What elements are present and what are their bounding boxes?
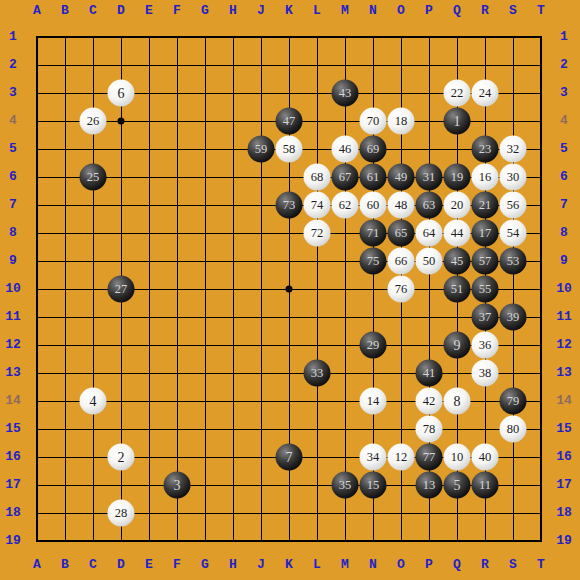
go-stone-black: 37 bbox=[472, 304, 499, 331]
row-label: 3 bbox=[0, 82, 26, 104]
go-stone-white: 66 bbox=[388, 248, 415, 275]
go-stone-black: 65 bbox=[388, 220, 415, 247]
row-label: 11 bbox=[0, 306, 26, 328]
go-stone-white: 16 bbox=[472, 164, 499, 191]
row-label: 10 bbox=[0, 278, 26, 300]
go-stone-white: 4 bbox=[80, 388, 107, 415]
go-stone-black: 7 bbox=[276, 444, 303, 471]
column-label: D bbox=[108, 554, 134, 576]
go-stone-black: 47 bbox=[276, 108, 303, 135]
column-label: E bbox=[136, 554, 162, 576]
go-stone-white: 8 bbox=[444, 388, 471, 415]
go-stone-black: 55 bbox=[472, 276, 499, 303]
column-label: K bbox=[276, 0, 302, 22]
go-stone-black: 25 bbox=[80, 164, 107, 191]
go-stone-white: 48 bbox=[388, 192, 415, 219]
go-stone-black: 11 bbox=[472, 472, 499, 499]
go-stone-white: 20 bbox=[444, 192, 471, 219]
go-stone-white: 58 bbox=[276, 136, 303, 163]
go-stone-white: 80 bbox=[500, 416, 527, 443]
go-stone-black: 31 bbox=[416, 164, 443, 191]
column-label: R bbox=[472, 0, 498, 22]
column-label: L bbox=[304, 0, 330, 22]
go-stone-white: 12 bbox=[388, 444, 415, 471]
go-stone-black: 23 bbox=[472, 136, 499, 163]
go-stone-black: 49 bbox=[388, 164, 415, 191]
go-stone-white: 30 bbox=[500, 164, 527, 191]
go-stone-black: 17 bbox=[472, 220, 499, 247]
row-label: 8 bbox=[551, 222, 577, 244]
row-label: 15 bbox=[551, 418, 577, 440]
go-stone-black: 75 bbox=[360, 248, 387, 275]
go-stone-white: 40 bbox=[472, 444, 499, 471]
go-stone-black: 53 bbox=[500, 248, 527, 275]
column-label: Q bbox=[444, 0, 470, 22]
go-stone-black: 77 bbox=[416, 444, 443, 471]
row-label: 14 bbox=[551, 390, 577, 412]
go-stone-white: 26 bbox=[80, 108, 107, 135]
column-label: O bbox=[388, 554, 414, 576]
column-label: R bbox=[472, 554, 498, 576]
go-stone-black: 29 bbox=[360, 332, 387, 359]
go-stone-black: 9 bbox=[444, 332, 471, 359]
column-label: N bbox=[360, 0, 386, 22]
row-label: 1 bbox=[0, 26, 26, 48]
go-stone-white: 34 bbox=[360, 444, 387, 471]
row-label: 7 bbox=[0, 194, 26, 216]
go-stone-white: 70 bbox=[360, 108, 387, 135]
star-point bbox=[286, 286, 293, 293]
go-stone-white: 6 bbox=[108, 80, 135, 107]
column-label: N bbox=[360, 554, 386, 576]
go-stone-white: 62 bbox=[332, 192, 359, 219]
row-label: 5 bbox=[551, 138, 577, 160]
go-stone-white: 72 bbox=[304, 220, 331, 247]
column-label: A bbox=[24, 554, 50, 576]
column-label: A bbox=[24, 0, 50, 22]
go-stone-black: 79 bbox=[500, 388, 527, 415]
star-point bbox=[118, 118, 125, 125]
column-label: G bbox=[192, 0, 218, 22]
column-label: C bbox=[80, 554, 106, 576]
row-label: 17 bbox=[551, 474, 577, 496]
go-stone-white: 46 bbox=[332, 136, 359, 163]
row-label: 18 bbox=[0, 502, 26, 524]
column-label: C bbox=[80, 0, 106, 22]
column-label: S bbox=[500, 0, 526, 22]
column-label: B bbox=[52, 0, 78, 22]
go-stone-white: 18 bbox=[388, 108, 415, 135]
go-stone-white: 50 bbox=[416, 248, 443, 275]
row-label: 3 bbox=[551, 82, 577, 104]
go-stone-black: 61 bbox=[360, 164, 387, 191]
go-stone-white: 74 bbox=[304, 192, 331, 219]
go-stone-black: 39 bbox=[500, 304, 527, 331]
column-label: D bbox=[108, 0, 134, 22]
row-label: 8 bbox=[0, 222, 26, 244]
row-label: 4 bbox=[551, 110, 577, 132]
go-stone-black: 69 bbox=[360, 136, 387, 163]
column-label: B bbox=[52, 554, 78, 576]
column-label: P bbox=[416, 0, 442, 22]
row-label: 1 bbox=[551, 26, 577, 48]
row-label: 13 bbox=[551, 362, 577, 384]
go-stone-black: 33 bbox=[304, 360, 331, 387]
go-stone-black: 71 bbox=[360, 220, 387, 247]
column-label: M bbox=[332, 554, 358, 576]
go-stone-white: 76 bbox=[388, 276, 415, 303]
column-label: J bbox=[248, 554, 274, 576]
row-label: 16 bbox=[551, 446, 577, 468]
row-label: 12 bbox=[0, 334, 26, 356]
column-label: E bbox=[136, 0, 162, 22]
column-label: F bbox=[164, 0, 190, 22]
row-label: 9 bbox=[0, 250, 26, 272]
column-label: G bbox=[192, 554, 218, 576]
column-label: K bbox=[276, 554, 302, 576]
row-label: 2 bbox=[551, 54, 577, 76]
row-label: 6 bbox=[0, 166, 26, 188]
row-label: 2 bbox=[0, 54, 26, 76]
row-label: 18 bbox=[551, 502, 577, 524]
go-stone-white: 32 bbox=[500, 136, 527, 163]
column-label: H bbox=[220, 554, 246, 576]
go-stone-black: 67 bbox=[332, 164, 359, 191]
go-stone-black: 41 bbox=[416, 360, 443, 387]
go-stone-white: 68 bbox=[304, 164, 331, 191]
go-stone-white: 56 bbox=[500, 192, 527, 219]
row-label: 5 bbox=[0, 138, 26, 160]
go-stone-black: 3 bbox=[164, 472, 191, 499]
go-stone-white: 38 bbox=[472, 360, 499, 387]
go-stone-white: 44 bbox=[444, 220, 471, 247]
go-stone-black: 43 bbox=[332, 80, 359, 107]
go-stone-white: 22 bbox=[444, 80, 471, 107]
go-stone-white: 10 bbox=[444, 444, 471, 471]
column-label: Q bbox=[444, 554, 470, 576]
go-stone-white: 14 bbox=[360, 388, 387, 415]
go-stone-white: 28 bbox=[108, 500, 135, 527]
go-stone-white: 60 bbox=[360, 192, 387, 219]
row-label: 11 bbox=[551, 306, 577, 328]
column-label: S bbox=[500, 554, 526, 576]
go-stone-black: 73 bbox=[276, 192, 303, 219]
go-stone-black: 63 bbox=[416, 192, 443, 219]
row-label: 14 bbox=[0, 390, 26, 412]
column-label: F bbox=[164, 554, 190, 576]
go-stone-black: 27 bbox=[108, 276, 135, 303]
row-label: 16 bbox=[0, 446, 26, 468]
column-label: P bbox=[416, 554, 442, 576]
go-stone-black: 59 bbox=[248, 136, 275, 163]
column-label: T bbox=[528, 0, 554, 22]
column-label: L bbox=[304, 554, 330, 576]
go-stone-black: 51 bbox=[444, 276, 471, 303]
column-label: H bbox=[220, 0, 246, 22]
row-label: 4 bbox=[0, 110, 26, 132]
go-stone-black: 21 bbox=[472, 192, 499, 219]
row-label: 9 bbox=[551, 250, 577, 272]
go-stone-white: 2 bbox=[108, 444, 135, 471]
row-label: 15 bbox=[0, 418, 26, 440]
row-label: 13 bbox=[0, 362, 26, 384]
go-stone-black: 19 bbox=[444, 164, 471, 191]
row-label: 19 bbox=[0, 530, 26, 552]
go-stone-black: 15 bbox=[360, 472, 387, 499]
go-stone-white: 78 bbox=[416, 416, 443, 443]
go-stone-white: 24 bbox=[472, 80, 499, 107]
column-label: M bbox=[332, 0, 358, 22]
row-label: 17 bbox=[0, 474, 26, 496]
row-label: 7 bbox=[551, 194, 577, 216]
go-stone-black: 1 bbox=[444, 108, 471, 135]
go-stone-white: 36 bbox=[472, 332, 499, 359]
go-stone-black: 13 bbox=[416, 472, 443, 499]
row-label: 6 bbox=[551, 166, 577, 188]
row-label: 19 bbox=[551, 530, 577, 552]
row-label: 10 bbox=[551, 278, 577, 300]
column-label: J bbox=[248, 0, 274, 22]
column-label: T bbox=[528, 554, 554, 576]
go-stone-black: 35 bbox=[332, 472, 359, 499]
go-stone-black: 5 bbox=[444, 472, 471, 499]
go-stone-black: 45 bbox=[444, 248, 471, 275]
go-stone-white: 54 bbox=[500, 220, 527, 247]
row-label: 12 bbox=[551, 334, 577, 356]
column-label: O bbox=[388, 0, 414, 22]
go-stone-white: 42 bbox=[416, 388, 443, 415]
go-stone-black: 57 bbox=[472, 248, 499, 275]
go-stone-white: 64 bbox=[416, 220, 443, 247]
go-board-diagram: ABCDEFGHJKLMNOPQRST ABCDEFGHJKLMNOPQRST … bbox=[0, 0, 580, 580]
